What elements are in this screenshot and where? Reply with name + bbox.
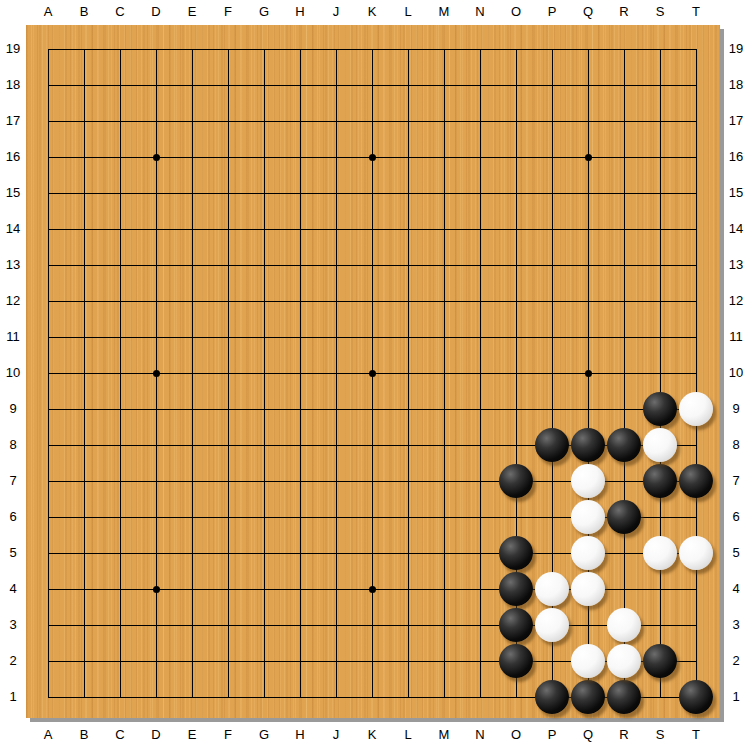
black-stone-O7 <box>499 464 533 498</box>
row-label-right-11: 11 <box>724 329 748 345</box>
col-label-top-C: C <box>108 4 132 20</box>
row-label-right-16: 16 <box>724 149 748 165</box>
black-stone-S9 <box>643 392 677 426</box>
row-label-left-2: 2 <box>1 653 25 669</box>
col-label-bottom-A: A <box>36 727 60 743</box>
col-label-bottom-C: C <box>108 727 132 743</box>
col-label-top-E: E <box>180 4 204 20</box>
col-label-top-F: F <box>216 4 240 20</box>
white-stone-Q6 <box>571 500 605 534</box>
col-label-bottom-R: R <box>612 727 636 743</box>
col-label-bottom-H: H <box>288 727 312 743</box>
white-stone-Q5 <box>571 536 605 570</box>
row-label-left-18: 18 <box>1 77 25 93</box>
row-label-right-9: 9 <box>724 401 748 417</box>
row-label-right-1: 1 <box>724 689 748 705</box>
white-stone-P3 <box>535 608 569 642</box>
white-stone-P4 <box>535 572 569 606</box>
row-label-left-15: 15 <box>1 185 25 201</box>
star-point-K16 <box>369 154 376 161</box>
star-point-K10 <box>369 370 376 377</box>
row-label-right-3: 3 <box>724 617 748 633</box>
white-stone-S5 <box>643 536 677 570</box>
black-stone-O5 <box>499 536 533 570</box>
row-label-right-12: 12 <box>724 293 748 309</box>
col-label-top-J: J <box>324 4 348 20</box>
black-stone-P8 <box>535 428 569 462</box>
white-stone-S8 <box>643 428 677 462</box>
black-stone-P1 <box>535 680 569 714</box>
col-label-bottom-T: T <box>684 727 708 743</box>
white-stone-T5 <box>679 536 713 570</box>
col-label-top-G: G <box>252 4 276 20</box>
col-label-top-O: O <box>504 4 528 20</box>
row-label-left-10: 10 <box>1 365 25 381</box>
col-label-top-S: S <box>648 4 672 20</box>
col-label-bottom-J: J <box>324 727 348 743</box>
row-label-right-18: 18 <box>724 77 748 93</box>
col-label-bottom-E: E <box>180 727 204 743</box>
row-label-left-1: 1 <box>1 689 25 705</box>
col-label-bottom-F: F <box>216 727 240 743</box>
col-label-bottom-K: K <box>360 727 384 743</box>
black-stone-R1 <box>607 680 641 714</box>
col-label-bottom-S: S <box>648 727 672 743</box>
row-label-right-2: 2 <box>724 653 748 669</box>
black-stone-Q1 <box>571 680 605 714</box>
row-label-right-6: 6 <box>724 509 748 525</box>
col-label-top-H: H <box>288 4 312 20</box>
col-label-bottom-O: O <box>504 727 528 743</box>
col-label-top-R: R <box>612 4 636 20</box>
black-stone-O4 <box>499 572 533 606</box>
star-point-D10 <box>153 370 160 377</box>
col-label-top-K: K <box>360 4 384 20</box>
black-stone-O2 <box>499 644 533 678</box>
col-label-top-B: B <box>72 4 96 20</box>
row-label-right-17: 17 <box>724 113 748 129</box>
row-label-right-4: 4 <box>724 581 748 597</box>
row-label-left-8: 8 <box>1 437 25 453</box>
row-label-right-14: 14 <box>724 221 748 237</box>
white-stone-R2 <box>607 644 641 678</box>
black-stone-S2 <box>643 644 677 678</box>
row-label-left-17: 17 <box>1 113 25 129</box>
col-label-bottom-N: N <box>468 727 492 743</box>
col-label-bottom-L: L <box>396 727 420 743</box>
col-label-top-D: D <box>144 4 168 20</box>
go-board-diagram: AABBCCDDEEFFGGHHJJKKLLMMNNOOPPQQRRSSTT19… <box>0 0 750 750</box>
white-stone-Q4 <box>571 572 605 606</box>
col-label-bottom-G: G <box>252 727 276 743</box>
row-label-left-19: 19 <box>1 41 25 57</box>
row-label-left-11: 11 <box>1 329 25 345</box>
star-point-K4 <box>369 586 376 593</box>
col-label-top-A: A <box>36 4 60 20</box>
col-label-bottom-D: D <box>144 727 168 743</box>
row-label-left-7: 7 <box>1 473 25 489</box>
row-label-left-13: 13 <box>1 257 25 273</box>
row-label-right-15: 15 <box>724 185 748 201</box>
row-label-left-4: 4 <box>1 581 25 597</box>
row-label-right-8: 8 <box>724 437 748 453</box>
row-label-left-14: 14 <box>1 221 25 237</box>
star-point-D4 <box>153 586 160 593</box>
col-label-bottom-B: B <box>72 727 96 743</box>
col-label-bottom-M: M <box>432 727 456 743</box>
black-stone-O3 <box>499 608 533 642</box>
col-label-top-N: N <box>468 4 492 20</box>
row-label-left-12: 12 <box>1 293 25 309</box>
row-label-left-5: 5 <box>1 545 25 561</box>
black-stone-Q8 <box>571 428 605 462</box>
row-label-right-13: 13 <box>724 257 748 273</box>
star-point-D16 <box>153 154 160 161</box>
row-label-left-3: 3 <box>1 617 25 633</box>
col-label-top-M: M <box>432 4 456 20</box>
board-cells <box>30 31 714 715</box>
col-label-bottom-P: P <box>540 727 564 743</box>
row-label-right-19: 19 <box>724 41 748 57</box>
star-point-Q16 <box>585 154 592 161</box>
col-label-top-T: T <box>684 4 708 20</box>
row-label-right-5: 5 <box>724 545 748 561</box>
black-stone-T7 <box>679 464 713 498</box>
row-label-left-16: 16 <box>1 149 25 165</box>
col-label-top-P: P <box>540 4 564 20</box>
star-point-Q10 <box>585 370 592 377</box>
col-label-top-L: L <box>396 4 420 20</box>
go-board[interactable] <box>26 25 720 718</box>
row-label-left-9: 9 <box>1 401 25 417</box>
white-stone-T9 <box>679 392 713 426</box>
black-stone-T1 <box>679 680 713 714</box>
white-stone-R3 <box>607 608 641 642</box>
white-stone-Q7 <box>571 464 605 498</box>
white-stone-Q2 <box>571 644 605 678</box>
col-label-bottom-Q: Q <box>576 727 600 743</box>
black-stone-R8 <box>607 428 641 462</box>
row-label-right-10: 10 <box>724 365 748 381</box>
black-stone-S7 <box>643 464 677 498</box>
col-label-top-Q: Q <box>576 4 600 20</box>
row-label-right-7: 7 <box>724 473 748 489</box>
row-label-left-6: 6 <box>1 509 25 525</box>
black-stone-R6 <box>607 500 641 534</box>
